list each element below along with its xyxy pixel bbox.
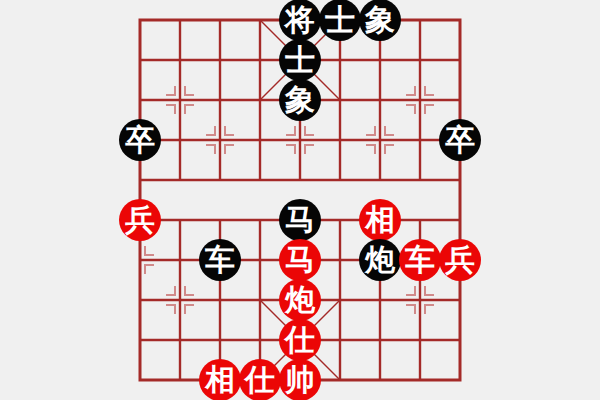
piece-black-advisor[interactable]: 士 xyxy=(319,0,361,41)
piece-glyph: 相 xyxy=(205,365,235,395)
piece-black-soldier[interactable]: 卒 xyxy=(119,119,161,161)
piece-glyph: 士 xyxy=(285,45,315,75)
piece-black-cannon[interactable]: 炮 xyxy=(359,239,401,281)
piece-glyph: 炮 xyxy=(365,245,395,275)
piece-glyph: 象 xyxy=(285,85,315,115)
piece-glyph: 卒 xyxy=(445,125,475,155)
xiangqi-board: 将士象士象卒卒兵马相车马炮车兵炮仕相仕帅 xyxy=(0,0,600,400)
piece-red-horse[interactable]: 马 xyxy=(279,239,321,281)
piece-black-elephant[interactable]: 象 xyxy=(359,0,401,41)
piece-red-soldier[interactable]: 兵 xyxy=(439,239,481,281)
piece-red-advisor[interactable]: 仕 xyxy=(279,319,321,361)
piece-glyph: 马 xyxy=(285,205,315,235)
piece-glyph: 仕 xyxy=(285,325,315,355)
piece-glyph: 炮 xyxy=(285,285,315,315)
piece-red-advisor[interactable]: 仕 xyxy=(239,359,281,400)
piece-glyph: 仕 xyxy=(245,365,275,395)
piece-glyph: 车 xyxy=(205,245,235,275)
piece-red-elephant[interactable]: 相 xyxy=(359,199,401,241)
piece-glyph: 兵 xyxy=(125,205,155,235)
piece-glyph: 卒 xyxy=(125,125,155,155)
piece-glyph: 帅 xyxy=(285,365,315,395)
piece-red-soldier[interactable]: 兵 xyxy=(119,199,161,241)
piece-glyph: 马 xyxy=(285,245,315,275)
piece-red-general[interactable]: 帅 xyxy=(279,359,321,400)
piece-black-soldier[interactable]: 卒 xyxy=(439,119,481,161)
piece-glyph: 相 xyxy=(365,205,395,235)
piece-black-advisor[interactable]: 士 xyxy=(279,39,321,81)
piece-black-chariot[interactable]: 车 xyxy=(199,239,241,281)
piece-red-cannon[interactable]: 炮 xyxy=(279,279,321,321)
piece-black-elephant[interactable]: 象 xyxy=(279,79,321,121)
piece-red-chariot[interactable]: 车 xyxy=(399,239,441,281)
piece-black-general[interactable]: 将 xyxy=(279,0,321,41)
piece-glyph: 士 xyxy=(325,5,355,35)
piece-glyph: 兵 xyxy=(445,245,475,275)
piece-glyph: 将 xyxy=(285,5,315,35)
piece-glyph: 车 xyxy=(405,245,435,275)
piece-red-elephant[interactable]: 相 xyxy=(199,359,241,400)
piece-glyph: 象 xyxy=(365,5,395,35)
piece-black-horse[interactable]: 马 xyxy=(279,199,321,241)
